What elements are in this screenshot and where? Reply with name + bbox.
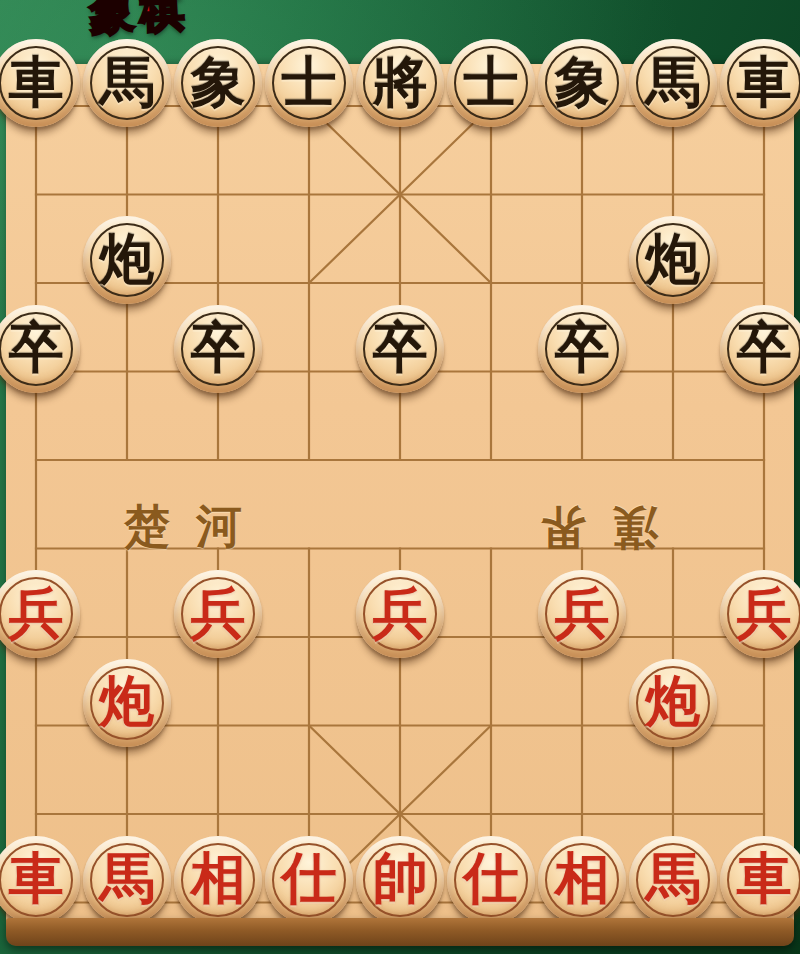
piece-b-cannon-l[interactable]: 炮 — [83, 216, 171, 304]
piece-b-cannon-r[interactable]: 炮 — [629, 216, 717, 304]
piece-glyph: 兵 — [9, 585, 64, 640]
piece-r-cannon-r[interactable]: 炮 — [629, 659, 717, 747]
piece-glyph: 馬 — [100, 54, 155, 109]
piece-glyph: 將 — [373, 54, 428, 109]
piece-b-elephant-l[interactable]: 象 — [174, 39, 262, 127]
piece-glyph: 卒 — [373, 319, 428, 374]
piece-glyph: 車 — [9, 850, 64, 905]
piece-r-soldier-5[interactable]: 兵 — [720, 570, 800, 658]
piece-glyph: 帥 — [373, 850, 428, 905]
piece-glyph: 炮 — [646, 673, 701, 728]
piece-b-soldier-5[interactable]: 卒 — [720, 305, 800, 393]
piece-b-advisor-l[interactable]: 士 — [265, 39, 353, 127]
board-edge — [6, 918, 794, 946]
piece-glyph: 卒 — [9, 319, 64, 374]
piece-r-advisor-r[interactable]: 仕 — [447, 836, 535, 924]
table-background: 象棋 楚河 漢界 車馬象士將士象馬車炮炮卒卒卒卒卒兵兵兵兵兵炮炮車馬相仕帥仕相馬… — [0, 0, 800, 954]
piece-r-elephant-r[interactable]: 相 — [538, 836, 626, 924]
piece-r-horse-l[interactable]: 馬 — [83, 836, 171, 924]
piece-b-advisor-r[interactable]: 士 — [447, 39, 535, 127]
river-label-han-jie: 漢界 — [514, 496, 658, 558]
piece-glyph: 兵 — [555, 585, 610, 640]
piece-glyph: 仕 — [464, 850, 519, 905]
piece-b-chariot-r[interactable]: 車 — [720, 39, 800, 127]
piece-glyph: 馬 — [100, 850, 155, 905]
piece-r-elephant-l[interactable]: 相 — [174, 836, 262, 924]
piece-r-cannon-l[interactable]: 炮 — [83, 659, 171, 747]
piece-b-horse-l[interactable]: 馬 — [83, 39, 171, 127]
piece-glyph: 仕 — [282, 850, 337, 905]
piece-b-horse-r[interactable]: 馬 — [629, 39, 717, 127]
piece-r-soldier-3[interactable]: 兵 — [356, 570, 444, 658]
piece-r-soldier-4[interactable]: 兵 — [538, 570, 626, 658]
app-logo: 象棋 — [89, 0, 192, 45]
piece-r-advisor-l[interactable]: 仕 — [265, 836, 353, 924]
piece-glyph: 兵 — [191, 585, 246, 640]
piece-glyph: 卒 — [555, 319, 610, 374]
river-label-chu-he: 楚河 — [124, 496, 268, 558]
piece-b-soldier-2[interactable]: 卒 — [174, 305, 262, 393]
piece-glyph: 士 — [464, 54, 519, 109]
piece-r-horse-r[interactable]: 馬 — [629, 836, 717, 924]
piece-glyph: 炮 — [100, 673, 155, 728]
piece-b-elephant-r[interactable]: 象 — [538, 39, 626, 127]
piece-b-soldier-4[interactable]: 卒 — [538, 305, 626, 393]
piece-glyph: 相 — [191, 850, 246, 905]
piece-glyph: 卒 — [191, 319, 246, 374]
piece-glyph: 象 — [191, 54, 246, 109]
piece-glyph: 象 — [555, 54, 610, 109]
piece-glyph: 車 — [737, 850, 792, 905]
piece-glyph: 馬 — [646, 850, 701, 905]
piece-glyph: 卒 — [737, 319, 792, 374]
piece-glyph: 車 — [737, 54, 792, 109]
piece-glyph: 炮 — [646, 231, 701, 286]
piece-b-general[interactable]: 將 — [356, 39, 444, 127]
board-grid — [6, 64, 794, 922]
piece-r-chariot-r[interactable]: 車 — [720, 836, 800, 924]
piece-glyph: 兵 — [373, 585, 428, 640]
piece-r-general[interactable]: 帥 — [356, 836, 444, 924]
piece-glyph: 士 — [282, 54, 337, 109]
piece-r-soldier-2[interactable]: 兵 — [174, 570, 262, 658]
piece-glyph: 相 — [555, 850, 610, 905]
piece-glyph: 車 — [9, 54, 64, 109]
piece-glyph: 炮 — [100, 231, 155, 286]
piece-glyph: 馬 — [646, 54, 701, 109]
xiangqi-board[interactable]: 楚河 漢界 車馬象士將士象馬車炮炮卒卒卒卒卒兵兵兵兵兵炮炮車馬相仕帥仕相馬車 — [6, 64, 794, 922]
piece-b-soldier-3[interactable]: 卒 — [356, 305, 444, 393]
piece-glyph: 兵 — [737, 585, 792, 640]
